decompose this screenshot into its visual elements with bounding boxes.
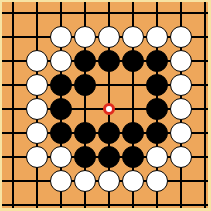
black-stone <box>50 98 72 120</box>
white-stone <box>170 50 192 72</box>
white-stone <box>50 26 72 48</box>
white-stone <box>146 26 168 48</box>
black-stone <box>98 146 120 168</box>
black-stone <box>122 122 144 144</box>
white-stone <box>170 26 192 48</box>
white-stone <box>170 146 192 168</box>
black-stone <box>146 50 168 72</box>
white-stone <box>122 26 144 48</box>
white-stone <box>26 98 48 120</box>
white-stone <box>50 50 72 72</box>
go-board-grid[interactable] <box>2 2 208 208</box>
white-stone <box>50 146 72 168</box>
white-stone <box>26 74 48 96</box>
white-stone <box>146 146 168 168</box>
white-stone <box>74 170 96 192</box>
black-stone <box>98 122 120 144</box>
black-stone <box>74 50 96 72</box>
white-stone <box>74 26 96 48</box>
white-stone <box>98 170 120 192</box>
black-stone <box>146 74 168 96</box>
white-stone <box>26 146 48 168</box>
circle-marker[interactable] <box>103 103 115 115</box>
black-stone <box>146 98 168 120</box>
black-stone <box>74 74 96 96</box>
black-stone <box>146 122 168 144</box>
black-stone <box>50 122 72 144</box>
white-stone <box>170 98 192 120</box>
black-stone <box>74 122 96 144</box>
go-board <box>0 0 211 211</box>
white-stone <box>170 74 192 96</box>
black-stone <box>98 50 120 72</box>
white-stone <box>170 122 192 144</box>
white-stone <box>98 26 120 48</box>
black-stone <box>74 146 96 168</box>
black-stone <box>50 74 72 96</box>
black-stone <box>122 50 144 72</box>
white-stone <box>50 170 72 192</box>
white-stone <box>122 170 144 192</box>
black-stone <box>122 146 144 168</box>
white-stone <box>26 122 48 144</box>
white-stone <box>146 170 168 192</box>
white-stone <box>26 50 48 72</box>
